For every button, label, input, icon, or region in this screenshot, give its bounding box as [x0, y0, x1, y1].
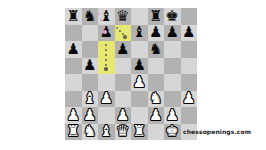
black-pawn-piece: ♟: [149, 25, 162, 40]
knight-path-pink-dot: [102, 25, 104, 27]
black-king-piece: ♚: [166, 9, 179, 24]
white-knight-piece: ♞: [83, 124, 96, 139]
watermark: chessopenings.com: [183, 128, 251, 135]
square-b3[interactable]: ♝: [82, 91, 99, 108]
black-bishop-piece: ♝: [133, 25, 146, 40]
knight-path-pink-end: [103, 30, 106, 33]
square-a4[interactable]: [65, 74, 82, 91]
knight-path-pink-dot: [98, 13, 100, 15]
square-e7[interactable]: ♝: [131, 25, 148, 42]
black-pawn-piece: ♟: [182, 25, 195, 40]
square-b7[interactable]: [82, 25, 99, 42]
square-e1[interactable]: ♜: [131, 124, 148, 141]
black-pawn-piece: ♟: [83, 58, 96, 73]
square-d5[interactable]: [115, 58, 132, 75]
black-rook-piece: ♜: [149, 9, 162, 24]
square-c1[interactable]: ♝: [98, 124, 115, 141]
square-h8[interactable]: [181, 8, 198, 25]
square-c2[interactable]: [98, 107, 115, 124]
square-d8[interactable]: ♛: [115, 8, 132, 25]
square-h4[interactable]: [181, 74, 198, 91]
square-h5[interactable]: [181, 58, 198, 75]
white-rook-piece: ♜: [133, 124, 146, 139]
move-trail-d7-end: [123, 35, 126, 38]
square-a3[interactable]: [65, 91, 82, 108]
square-f4[interactable]: [148, 74, 165, 91]
white-pawn-piece: ♟: [83, 108, 96, 123]
move-trail-d7-dot: [119, 30, 121, 32]
square-f5[interactable]: [148, 58, 165, 75]
square-f6[interactable]: ♞: [148, 41, 165, 58]
square-f7[interactable]: ♟: [148, 25, 165, 42]
white-pawn-piece: ♟: [67, 108, 80, 123]
square-a6[interactable]: ♟: [65, 41, 82, 58]
black-pawn-piece: ♟: [116, 42, 129, 57]
move-trail-d7-dot: [116, 27, 118, 29]
square-b8[interactable]: ♞: [82, 8, 99, 25]
black-knight-piece: ♞: [149, 42, 162, 57]
black-pawn-piece: ♟: [166, 25, 179, 40]
pawn-path-c-file-dot: [105, 49, 107, 51]
white-bishop-piece: ♝: [83, 91, 96, 106]
white-king-piece: ♚: [166, 124, 179, 139]
square-e2[interactable]: [131, 107, 148, 124]
square-e5[interactable]: ♟: [131, 58, 148, 75]
square-e4[interactable]: ♟: [131, 74, 148, 91]
black-bishop-piece: ♝: [100, 9, 113, 24]
square-h3[interactable]: ♟: [181, 91, 198, 108]
black-queen-piece: ♛: [116, 9, 129, 24]
square-c8[interactable]: ♝: [98, 8, 115, 25]
white-rook-piece: ♜: [67, 124, 80, 139]
black-knight-piece: ♞: [83, 9, 96, 24]
square-d1[interactable]: ♛: [115, 124, 132, 141]
square-b1[interactable]: ♞: [82, 124, 99, 141]
chess-board[interactable]: ♜♞♝♛♜♚♟♝♟♟♟♟♟♞♟♟♟♝♟♞♟♟♟♟♟♟♜♞♝♛♜♚: [65, 8, 197, 140]
square-c3[interactable]: ♟: [98, 91, 115, 108]
square-g8[interactable]: ♚: [164, 8, 181, 25]
square-h2[interactable]: [181, 107, 198, 124]
square-e6[interactable]: [131, 41, 148, 58]
white-pawn-piece: ♟: [149, 108, 162, 123]
white-pawn-piece: ♟: [100, 91, 113, 106]
square-b5[interactable]: ♟: [82, 58, 99, 75]
square-a5[interactable]: [65, 58, 82, 75]
square-g3[interactable]: [164, 91, 181, 108]
black-pawn-piece: ♟: [67, 42, 80, 57]
pawn-path-c-file-dot: [105, 64, 107, 66]
square-b6[interactable]: [82, 41, 99, 58]
white-pawn-piece: ♟: [182, 91, 195, 106]
square-g6[interactable]: [164, 41, 181, 58]
square-a8[interactable]: ♜: [65, 8, 82, 25]
white-pawn-piece: ♟: [166, 108, 179, 123]
square-f8[interactable]: ♜: [148, 8, 165, 25]
square-b4[interactable]: [82, 74, 99, 91]
square-g7[interactable]: ♟: [164, 25, 181, 42]
white-knight-piece: ♞: [149, 91, 162, 106]
pawn-path-c-file-end: [104, 67, 107, 70]
square-h6[interactable]: [181, 41, 198, 58]
square-g4[interactable]: [164, 74, 181, 91]
square-g1[interactable]: ♚: [164, 124, 181, 141]
square-d3[interactable]: [115, 91, 132, 108]
white-pawn-piece: ♟: [116, 108, 129, 123]
white-bishop-piece: ♝: [100, 124, 113, 139]
square-d6[interactable]: ♟: [115, 41, 132, 58]
square-f2[interactable]: ♟: [148, 107, 165, 124]
square-g2[interactable]: ♟: [164, 107, 181, 124]
square-h7[interactable]: ♟: [181, 25, 198, 42]
pawn-path-c-file-dot: [105, 44, 107, 46]
square-a1[interactable]: ♜: [65, 124, 82, 141]
square-e8[interactable]: [131, 8, 148, 25]
white-pawn-piece: ♟: [133, 75, 146, 90]
square-b2[interactable]: ♟: [82, 107, 99, 124]
square-c4[interactable]: [98, 74, 115, 91]
square-d4[interactable]: [115, 74, 132, 91]
knight-path-pink-dot: [100, 19, 102, 21]
square-g5[interactable]: [164, 58, 181, 75]
square-f3[interactable]: ♞: [148, 91, 165, 108]
chess-diagram: ♜♞♝♛♜♚♟♝♟♟♟♟♟♞♟♟♟♝♟♞♟♟♟♟♟♟♜♞♝♛♜♚ chessop…: [0, 0, 266, 150]
square-a2[interactable]: ♟: [65, 107, 82, 124]
pawn-path-c-file-dot: [105, 59, 107, 61]
square-f1[interactable]: [148, 124, 165, 141]
square-a7[interactable]: [65, 25, 82, 42]
black-rook-piece: ♜: [67, 9, 80, 24]
pawn-path-c-file-dot: [105, 54, 107, 56]
black-pawn-piece: ♟: [133, 58, 146, 73]
square-d2[interactable]: ♟: [115, 107, 132, 124]
square-e3[interactable]: [131, 91, 148, 108]
white-queen-piece: ♛: [116, 124, 129, 139]
